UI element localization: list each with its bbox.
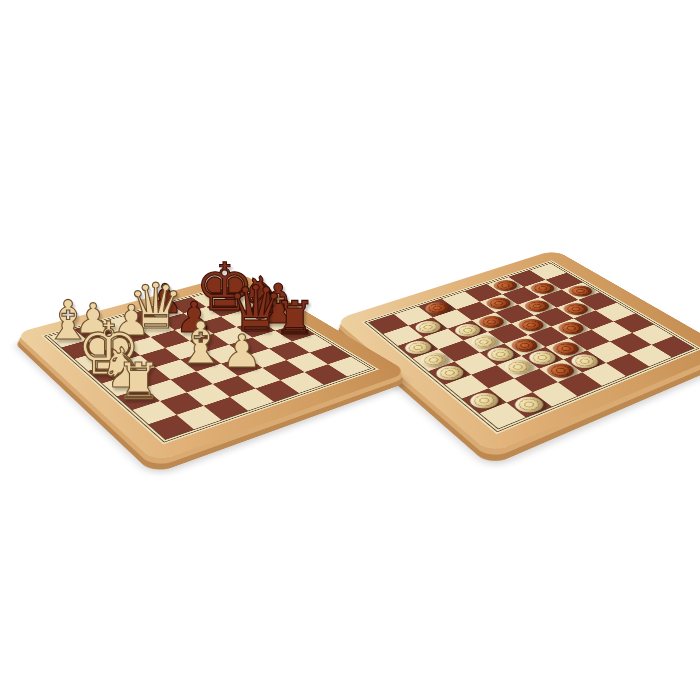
checkers-grid <box>368 263 695 429</box>
product-photo-scene: ♝♟♟♟♛♚♟♞♚♛♝♞♝♜♜♟ <box>0 0 700 700</box>
checkers-play-area <box>361 260 700 434</box>
chess-piece-black-rook[interactable]: ♜ <box>274 295 316 341</box>
checkers-board <box>335 250 700 454</box>
checkers-board-frame <box>335 250 700 454</box>
chess-piece-white-rook[interactable]: ♜ <box>116 357 161 408</box>
chess-piece-white-bishop[interactable]: ♝ <box>175 314 227 372</box>
chess-piece-white-pawn[interactable]: ♟ <box>221 329 262 375</box>
